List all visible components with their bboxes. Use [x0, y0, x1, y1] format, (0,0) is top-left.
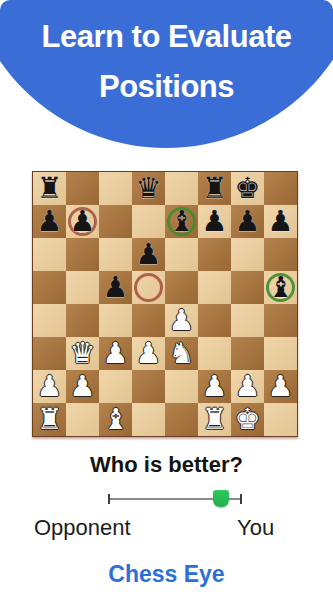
square-c6[interactable]: [99, 238, 132, 271]
square-a5[interactable]: [33, 271, 66, 304]
black-bishop-piece: ♝: [169, 205, 195, 238]
square-e1[interactable]: [165, 403, 198, 436]
white-pawn-piece: ♟: [169, 304, 195, 337]
white-king-piece: ♚: [235, 403, 261, 436]
square-h3[interactable]: [264, 337, 297, 370]
white-pawn-piece: ♟: [70, 370, 96, 403]
square-d8[interactable]: ♛: [132, 172, 165, 205]
square-g4[interactable]: [231, 304, 264, 337]
square-b5[interactable]: [66, 271, 99, 304]
square-c7[interactable]: [99, 205, 132, 238]
white-pawn-piece: ♟: [37, 370, 63, 403]
square-d3[interactable]: ♟: [132, 337, 165, 370]
square-d4[interactable]: [132, 304, 165, 337]
square-g6[interactable]: [231, 238, 264, 271]
white-bishop-piece: ♝: [103, 403, 129, 436]
black-pawn-piece: ♟: [37, 205, 63, 238]
square-h8[interactable]: [264, 172, 297, 205]
square-e8[interactable]: [165, 172, 198, 205]
square-b2[interactable]: ♟: [66, 370, 99, 403]
square-g3[interactable]: [231, 337, 264, 370]
evaluation-slider[interactable]: [108, 489, 242, 509]
square-e2[interactable]: [165, 370, 198, 403]
square-a7[interactable]: ♟: [33, 205, 66, 238]
square-c8[interactable]: [99, 172, 132, 205]
chess-board-grid[interactable]: ♜♛♜♚♟♟♝♟♟♟♟♟♝♟♛♟♟♞♟♟♟♟♟♜♝♜♚: [33, 172, 297, 436]
black-pawn-piece: ♟: [268, 205, 294, 238]
white-pawn-piece: ♟: [235, 370, 261, 403]
square-f1[interactable]: ♜: [198, 403, 231, 436]
square-g5[interactable]: [231, 271, 264, 304]
square-f5[interactable]: [198, 271, 231, 304]
square-d6[interactable]: ♟: [132, 238, 165, 271]
black-pawn-piece: ♟: [202, 205, 228, 238]
white-queen-piece: ♛: [70, 337, 96, 370]
square-c2[interactable]: [99, 370, 132, 403]
square-d5[interactable]: [132, 271, 165, 304]
header-title-line1: Learn to Evaluate: [0, 12, 333, 62]
slider-handle[interactable]: [213, 490, 229, 507]
app-brand-name: Chess Eye: [0, 561, 333, 588]
square-b8[interactable]: [66, 172, 99, 205]
square-b4[interactable]: [66, 304, 99, 337]
slider-label-opponent: Opponent: [34, 515, 131, 541]
square-e4[interactable]: ♟: [165, 304, 198, 337]
white-pawn-piece: ♟: [103, 337, 129, 370]
square-c3[interactable]: ♟: [99, 337, 132, 370]
black-pawn-piece: ♟: [136, 238, 162, 271]
square-c1[interactable]: ♝: [99, 403, 132, 436]
app-screenshot: Learn to Evaluate Positions ♜♛♜♚♟♟♝♟♟♟♟♟…: [0, 0, 333, 592]
square-g8[interactable]: ♚: [231, 172, 264, 205]
square-a2[interactable]: ♟: [33, 370, 66, 403]
square-h7[interactable]: ♟: [264, 205, 297, 238]
slider-left-tick: [108, 494, 110, 504]
square-b7[interactable]: ♟: [66, 205, 99, 238]
black-rook-piece: ♜: [202, 172, 228, 205]
square-e3[interactable]: ♞: [165, 337, 198, 370]
square-c5[interactable]: ♟: [99, 271, 132, 304]
square-b6[interactable]: [66, 238, 99, 271]
black-queen-piece: ♛: [136, 172, 162, 205]
square-g2[interactable]: ♟: [231, 370, 264, 403]
question-label: Who is better?: [0, 452, 333, 478]
square-a1[interactable]: ♜: [33, 403, 66, 436]
square-h2[interactable]: ♟: [264, 370, 297, 403]
square-c4[interactable]: [99, 304, 132, 337]
square-f7[interactable]: ♟: [198, 205, 231, 238]
square-e7[interactable]: ♝: [165, 205, 198, 238]
square-d7[interactable]: [132, 205, 165, 238]
square-f3[interactable]: [198, 337, 231, 370]
header-title: Learn to Evaluate Positions: [0, 12, 333, 112]
square-g1[interactable]: ♚: [231, 403, 264, 436]
white-pawn-piece: ♟: [268, 370, 294, 403]
square-a4[interactable]: [33, 304, 66, 337]
square-a3[interactable]: [33, 337, 66, 370]
chess-board[interactable]: ♜♛♜♚♟♟♝♟♟♟♟♟♝♟♛♟♟♞♟♟♟♟♟♜♝♜♚: [32, 171, 298, 437]
white-rook-piece: ♜: [202, 403, 228, 436]
slider-label-you: You: [237, 515, 274, 541]
annotation-circle-d5: [134, 273, 163, 302]
square-a6[interactable]: [33, 238, 66, 271]
square-a8[interactable]: ♜: [33, 172, 66, 205]
square-f4[interactable]: [198, 304, 231, 337]
square-h6[interactable]: [264, 238, 297, 271]
square-d1[interactable]: [132, 403, 165, 436]
black-king-piece: ♚: [235, 172, 261, 205]
square-h5[interactable]: ♝: [264, 271, 297, 304]
square-e6[interactable]: [165, 238, 198, 271]
black-rook-piece: ♜: [37, 172, 63, 205]
square-f8[interactable]: ♜: [198, 172, 231, 205]
black-pawn-piece: ♟: [103, 271, 129, 304]
square-b3[interactable]: ♛: [66, 337, 99, 370]
square-b1[interactable]: [66, 403, 99, 436]
white-knight-piece: ♞: [169, 337, 195, 370]
square-e5[interactable]: [165, 271, 198, 304]
square-f2[interactable]: ♟: [198, 370, 231, 403]
white-pawn-piece: ♟: [202, 370, 228, 403]
white-pawn-piece: ♟: [136, 337, 162, 370]
header-title-line2: Positions: [0, 62, 333, 112]
slider-right-tick: [240, 494, 242, 504]
square-h4[interactable]: [264, 304, 297, 337]
black-pawn-piece: ♟: [70, 205, 96, 238]
square-d2[interactable]: [132, 370, 165, 403]
black-bishop-piece: ♝: [268, 271, 294, 304]
square-g7[interactable]: ♟: [231, 205, 264, 238]
white-rook-piece: ♜: [37, 403, 63, 436]
square-h1[interactable]: [264, 403, 297, 436]
black-pawn-piece: ♟: [235, 205, 261, 238]
square-f6[interactable]: [198, 238, 231, 271]
